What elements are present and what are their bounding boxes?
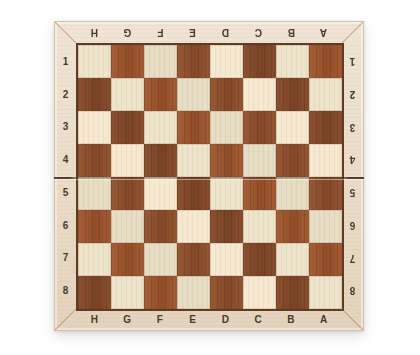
square-b7[interactable] (276, 243, 309, 276)
fold-seam (54, 177, 364, 179)
square-h7[interactable] (78, 243, 111, 276)
file-label-bottom-c: C (242, 309, 275, 330)
square-c7[interactable] (243, 243, 276, 276)
file-label-top-g: G (111, 22, 144, 43)
frame-miter-bottom-right (342, 309, 363, 330)
square-a8[interactable] (309, 276, 342, 309)
square-c2[interactable] (243, 78, 276, 111)
square-d7[interactable] (210, 243, 243, 276)
square-g1[interactable] (111, 45, 144, 78)
rank-label-right-5: 5 (342, 176, 363, 209)
square-f8[interactable] (144, 276, 177, 309)
square-d1[interactable] (210, 45, 243, 78)
square-f4[interactable] (144, 144, 177, 177)
square-e3[interactable] (177, 111, 210, 144)
square-f3[interactable] (144, 111, 177, 144)
square-a4[interactable] (309, 144, 342, 177)
square-e1[interactable] (177, 45, 210, 78)
square-a2[interactable] (309, 78, 342, 111)
square-c1[interactable] (243, 45, 276, 78)
square-c6[interactable] (243, 210, 276, 243)
file-label-top-d: D (209, 22, 242, 43)
square-g2[interactable] (111, 78, 144, 111)
square-e8[interactable] (177, 276, 210, 309)
square-g5[interactable] (111, 177, 144, 210)
file-label-top-e: E (176, 22, 209, 43)
square-g8[interactable] (111, 276, 144, 309)
chessboard: HGFEDCBA HGFEDCBA 12345678 12345678 (54, 21, 364, 331)
file-label-top-h: H (78, 22, 111, 43)
rank-label-left-1: 1 (55, 45, 76, 78)
rank-label-right-8: 8 (342, 274, 363, 307)
square-a6[interactable] (309, 210, 342, 243)
square-h8[interactable] (78, 276, 111, 309)
square-b6[interactable] (276, 210, 309, 243)
file-label-bottom-d: D (209, 309, 242, 330)
square-h2[interactable] (78, 78, 111, 111)
rank-label-left-6: 6 (55, 209, 76, 242)
file-label-bottom-h: H (78, 309, 111, 330)
square-d4[interactable] (210, 144, 243, 177)
square-g3[interactable] (111, 111, 144, 144)
file-labels-top: HGFEDCBA (78, 22, 340, 43)
square-g7[interactable] (111, 243, 144, 276)
rank-label-left-7: 7 (55, 242, 76, 275)
square-a5[interactable] (309, 177, 342, 210)
file-label-top-f: F (144, 22, 177, 43)
rank-label-left-5: 5 (55, 176, 76, 209)
square-c5[interactable] (243, 177, 276, 210)
square-b1[interactable] (276, 45, 309, 78)
frame-miter-top-right (342, 22, 363, 43)
square-h4[interactable] (78, 144, 111, 177)
square-e5[interactable] (177, 177, 210, 210)
frame-miter-bottom-left (55, 309, 76, 330)
square-e4[interactable] (177, 144, 210, 177)
square-d2[interactable] (210, 78, 243, 111)
rank-label-left-3: 3 (55, 111, 76, 144)
rank-label-left-8: 8 (55, 274, 76, 307)
square-c3[interactable] (243, 111, 276, 144)
file-label-top-b: B (275, 22, 308, 43)
file-label-top-c: C (242, 22, 275, 43)
file-label-bottom-b: B (275, 309, 308, 330)
rank-label-left-2: 2 (55, 78, 76, 111)
square-f1[interactable] (144, 45, 177, 78)
rank-labels-left: 12345678 (55, 45, 76, 307)
frame-miter-top-left (55, 22, 76, 43)
square-e6[interactable] (177, 210, 210, 243)
photo-background: HGFEDCBA HGFEDCBA 12345678 12345678 (0, 0, 420, 355)
rank-label-right-3: 3 (342, 111, 363, 144)
square-b2[interactable] (276, 78, 309, 111)
square-b8[interactable] (276, 276, 309, 309)
square-f6[interactable] (144, 210, 177, 243)
square-h5[interactable] (78, 177, 111, 210)
square-c4[interactable] (243, 144, 276, 177)
rank-labels-right: 12345678 (342, 45, 363, 307)
rank-label-right-2: 2 (342, 78, 363, 111)
square-e2[interactable] (177, 78, 210, 111)
square-d5[interactable] (210, 177, 243, 210)
square-b5[interactable] (276, 177, 309, 210)
square-b3[interactable] (276, 111, 309, 144)
file-label-top-a: A (307, 22, 340, 43)
square-d6[interactable] (210, 210, 243, 243)
rank-label-right-6: 6 (342, 209, 363, 242)
file-label-bottom-g: G (111, 309, 144, 330)
square-c8[interactable] (243, 276, 276, 309)
square-a3[interactable] (309, 111, 342, 144)
square-d8[interactable] (210, 276, 243, 309)
square-a1[interactable] (309, 45, 342, 78)
file-labels-bottom: HGFEDCBA (78, 309, 340, 330)
rank-label-right-4: 4 (342, 143, 363, 176)
square-g4[interactable] (111, 144, 144, 177)
square-f2[interactable] (144, 78, 177, 111)
square-f7[interactable] (144, 243, 177, 276)
square-f5[interactable] (144, 177, 177, 210)
file-label-bottom-e: E (176, 309, 209, 330)
square-e7[interactable] (177, 243, 210, 276)
square-h6[interactable] (78, 210, 111, 243)
file-label-bottom-a: A (307, 309, 340, 330)
rank-label-right-1: 1 (342, 45, 363, 78)
square-a7[interactable] (309, 243, 342, 276)
square-h1[interactable] (78, 45, 111, 78)
square-d3[interactable] (210, 111, 243, 144)
file-label-bottom-f: F (144, 309, 177, 330)
square-h3[interactable] (78, 111, 111, 144)
square-b4[interactable] (276, 144, 309, 177)
rank-label-right-7: 7 (342, 242, 363, 275)
square-g6[interactable] (111, 210, 144, 243)
rank-label-left-4: 4 (55, 143, 76, 176)
